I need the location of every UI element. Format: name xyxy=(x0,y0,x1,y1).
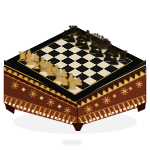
chess-board: ♜♞♝♛♚♝♞♜♟♟♟♟♟♟♟♟♟♟♟♟♟♟♟♟♜♞♝♛♚♝♞♜ xyxy=(7,27,143,101)
chess-board-grid: ♜♞♝♛♚♝♞♜♟♟♟♟♟♟♟♟♟♟♟♟♟♟♟♟♜♞♝♛♚♝♞♜ xyxy=(17,32,133,95)
white-rook[interactable]: ♜ xyxy=(66,79,77,92)
product-photo-chess-set: ✳ ✳ ✳ ✳ ✳ ✳ ✳ ✳ xyxy=(0,0,150,150)
watermark xyxy=(62,140,82,145)
board-scene: ♜♞♝♛♚♝♞♜♟♟♟♟♟♟♟♟♟♟♟♟♟♟♟♟♜♞♝♛♚♝♞♜ xyxy=(0,0,150,150)
black-pawn[interactable]: ♟ xyxy=(109,56,119,67)
